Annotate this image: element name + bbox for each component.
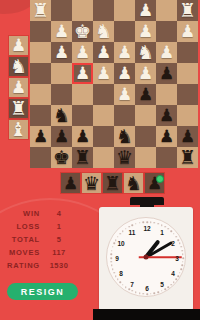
clock-tick bbox=[111, 265, 113, 267]
square-c7[interactable]: ♚ bbox=[72, 21, 93, 42]
clock-tick bbox=[181, 250, 183, 252]
clock-number-3: 3 bbox=[175, 255, 179, 262]
piece-black-rook: ♜ bbox=[104, 173, 121, 194]
square-d5[interactable]: ♟ bbox=[93, 63, 114, 84]
square-d8[interactable] bbox=[93, 0, 114, 21]
square-h2[interactable]: ♟ bbox=[177, 126, 198, 147]
square-b7[interactable]: ♟ bbox=[51, 21, 72, 42]
tray-cell: ♟ bbox=[60, 172, 81, 194]
piece-white-bishop: ♝ bbox=[10, 119, 27, 140]
square-c5[interactable]: ♟ bbox=[72, 63, 93, 84]
piece-white-knight: ♞ bbox=[10, 56, 27, 77]
square-e4[interactable]: ♟ bbox=[114, 84, 135, 105]
piece-white-knight: ♞ bbox=[95, 21, 112, 42]
square-g3[interactable]: ♟ bbox=[156, 105, 177, 126]
clock-tick bbox=[128, 226, 130, 228]
stat-row-total: TOTAL 5 bbox=[6, 233, 91, 246]
clock-tick bbox=[146, 293, 148, 295]
clock-tick bbox=[135, 223, 137, 225]
square-d7[interactable]: ♞ bbox=[93, 21, 114, 42]
piece-black-rook: ♜ bbox=[74, 147, 91, 168]
square-c2[interactable]: ♟ bbox=[72, 126, 93, 147]
bottom-black-bar bbox=[93, 309, 200, 320]
piece-white-pawn: ♟ bbox=[159, 42, 174, 63]
square-e7[interactable] bbox=[114, 21, 135, 42]
clock-tick bbox=[115, 275, 117, 277]
clock-tick bbox=[112, 246, 114, 248]
stats-panel: WIN 4 LOSS 1 TOTAL 5 MOVES 117 RATING 15… bbox=[6, 207, 91, 272]
clock-tick bbox=[170, 284, 172, 286]
clock-tick bbox=[182, 261, 184, 263]
square-b8[interactable] bbox=[51, 0, 72, 21]
clock-tick bbox=[177, 239, 179, 241]
square-b3[interactable]: ♞ bbox=[51, 105, 72, 126]
clock-tick bbox=[128, 288, 130, 290]
piece-white-pawn: ♟ bbox=[54, 21, 69, 42]
square-g8[interactable] bbox=[156, 0, 177, 21]
square-f2[interactable] bbox=[135, 126, 156, 147]
square-g7[interactable] bbox=[156, 21, 177, 42]
square-a5[interactable] bbox=[30, 63, 51, 84]
clock-tick bbox=[142, 293, 144, 295]
clock-tick bbox=[132, 224, 134, 226]
clock-tick bbox=[182, 253, 184, 255]
piece-white-pawn: ♟ bbox=[96, 63, 111, 84]
clock-tick bbox=[181, 265, 183, 267]
piece-white-pawn: ♟ bbox=[138, 21, 153, 42]
square-a6[interactable] bbox=[30, 42, 51, 63]
piece-black-king: ♚ bbox=[53, 147, 70, 168]
piece-white-knight: ♞ bbox=[137, 42, 154, 63]
clock-tick bbox=[122, 230, 124, 232]
tray-cell: ♛ bbox=[81, 172, 102, 194]
clock-tick bbox=[161, 224, 163, 226]
square-f7[interactable]: ♟ bbox=[135, 21, 156, 42]
clock-number-4: 4 bbox=[171, 270, 175, 277]
square-d6[interactable]: ♟ bbox=[93, 42, 114, 63]
square-f8[interactable]: ♟ bbox=[135, 0, 156, 21]
piece-white-pawn: ♟ bbox=[117, 42, 132, 63]
piece-black-pawn: ♟ bbox=[159, 63, 174, 84]
square-e5[interactable]: ♟ bbox=[114, 63, 135, 84]
square-a1[interactable] bbox=[30, 147, 51, 168]
clock-tick bbox=[154, 222, 156, 224]
moves-value: 117 bbox=[40, 248, 78, 257]
square-f6[interactable]: ♞ bbox=[135, 42, 156, 63]
clock-number-9: 9 bbox=[115, 255, 119, 262]
square-h7[interactable]: ♟ bbox=[177, 21, 198, 42]
clock-tick bbox=[167, 286, 169, 288]
square-a8[interactable]: ♜ bbox=[30, 0, 51, 21]
square-b2[interactable]: ♟ bbox=[51, 126, 72, 147]
piece-black-rook: ♜ bbox=[179, 147, 196, 168]
square-b1[interactable]: ♚ bbox=[51, 147, 72, 168]
moves-label: MOVES bbox=[6, 248, 40, 257]
clock-tick bbox=[139, 292, 141, 294]
loss-value: 1 bbox=[40, 222, 78, 231]
piece-white-pawn: ♟ bbox=[96, 42, 111, 63]
clock-number-11: 11 bbox=[129, 229, 136, 236]
square-f4[interactable]: ♟ bbox=[135, 84, 156, 105]
clock-tick bbox=[110, 257, 112, 259]
clock-tick bbox=[139, 222, 141, 224]
clock-tick bbox=[180, 246, 182, 248]
resign-button[interactable]: RESIGN bbox=[7, 283, 78, 300]
piece-black-pawn: ♟ bbox=[159, 105, 174, 126]
square-b4[interactable] bbox=[51, 84, 72, 105]
square-d3[interactable] bbox=[93, 105, 114, 126]
piece-black-queen: ♛ bbox=[83, 173, 100, 194]
tray-cell: ♟ bbox=[144, 172, 165, 194]
piece-black-pawn: ♟ bbox=[75, 126, 90, 147]
clock-face: 121234567891011 bbox=[106, 217, 186, 297]
square-a3[interactable] bbox=[30, 105, 51, 126]
piece-white-pawn: ♟ bbox=[117, 84, 132, 105]
clock-tick bbox=[182, 257, 184, 259]
clock-tick bbox=[111, 250, 113, 252]
square-c3[interactable] bbox=[72, 105, 93, 126]
captured-black-tray: ♟♛♜♞♟ bbox=[60, 172, 165, 194]
stat-row-moves: MOVES 117 bbox=[6, 246, 91, 259]
clock-tick bbox=[175, 236, 177, 238]
clock-tick bbox=[161, 290, 163, 292]
clock-tick bbox=[117, 236, 119, 238]
chess-board[interactable]: ♜♟♜♟♚♞♟♟♟♟♟♟♞♟♟♟♟♟♟♟♟♞♟♟♟♟♞♟♟♚♜♛♜ bbox=[30, 0, 198, 168]
square-c1[interactable]: ♜ bbox=[72, 147, 93, 168]
piece-black-pawn: ♟ bbox=[180, 126, 195, 147]
piece-white-rook: ♜ bbox=[10, 98, 27, 119]
square-e1[interactable]: ♛ bbox=[114, 147, 135, 168]
square-d2[interactable] bbox=[93, 126, 114, 147]
square-f3[interactable] bbox=[135, 105, 156, 126]
tray-cell: ♞ bbox=[8, 56, 29, 77]
tray-cell: ♝ bbox=[8, 119, 29, 140]
piece-white-pawn: ♟ bbox=[75, 63, 90, 84]
clock-tick bbox=[115, 239, 117, 241]
clock-tick bbox=[179, 243, 181, 245]
clock-tick bbox=[113, 243, 115, 245]
total-label: TOTAL bbox=[6, 235, 40, 244]
total-value: 5 bbox=[40, 235, 78, 244]
chess-clock: 121234567891011 bbox=[99, 207, 193, 311]
tray-cell: ♜ bbox=[102, 172, 123, 194]
square-f5[interactable]: ♟ bbox=[135, 63, 156, 84]
square-b5[interactable] bbox=[51, 63, 72, 84]
clock-number-6: 6 bbox=[145, 285, 149, 292]
clock-tick bbox=[150, 293, 152, 295]
square-h3[interactable] bbox=[177, 105, 198, 126]
piece-white-pawn: ♟ bbox=[138, 0, 153, 21]
clock-number-5: 5 bbox=[160, 280, 164, 287]
square-c4[interactable] bbox=[72, 84, 93, 105]
square-a7[interactable] bbox=[30, 21, 51, 42]
square-h4[interactable] bbox=[177, 84, 198, 105]
stat-row-rating: RATING 1530 bbox=[6, 259, 91, 272]
square-b6[interactable]: ♟ bbox=[51, 42, 72, 63]
clock-tick bbox=[146, 221, 148, 223]
square-g2[interactable]: ♟ bbox=[156, 126, 177, 147]
clock-tick bbox=[175, 278, 177, 280]
square-h6[interactable] bbox=[177, 42, 198, 63]
piece-white-rook: ♜ bbox=[179, 0, 196, 21]
clock-tick bbox=[157, 223, 159, 225]
square-h1[interactable]: ♜ bbox=[177, 147, 198, 168]
clock-tick bbox=[135, 291, 137, 293]
clock-center-pin bbox=[144, 255, 149, 260]
piece-white-pawn: ♟ bbox=[138, 63, 153, 84]
piece-white-pawn: ♟ bbox=[11, 77, 26, 98]
piece-white-king: ♚ bbox=[74, 21, 91, 42]
clock-tick bbox=[180, 268, 182, 270]
clock-tick bbox=[132, 290, 134, 292]
square-a2[interactable]: ♟ bbox=[30, 126, 51, 147]
win-value: 4 bbox=[40, 209, 78, 218]
clock-tick bbox=[113, 272, 115, 274]
clock-tick bbox=[173, 281, 175, 283]
clock-number-12: 12 bbox=[143, 225, 150, 232]
clock-tick bbox=[110, 253, 112, 255]
square-h5[interactable] bbox=[177, 63, 198, 84]
clock-tick bbox=[119, 281, 121, 283]
square-g5[interactable]: ♟ bbox=[156, 63, 177, 84]
win-label: WIN bbox=[6, 209, 40, 218]
piece-white-pawn: ♟ bbox=[180, 21, 195, 42]
piece-black-pawn: ♟ bbox=[54, 126, 69, 147]
piece-black-knight: ♞ bbox=[116, 126, 133, 147]
square-e8[interactable] bbox=[114, 0, 135, 21]
clock-tick bbox=[157, 291, 159, 293]
square-d1[interactable] bbox=[93, 147, 114, 168]
square-f1[interactable] bbox=[135, 147, 156, 168]
clock-number-7: 7 bbox=[130, 280, 134, 287]
stat-row-loss: LOSS 1 bbox=[6, 220, 91, 233]
tray-cell: ♞ bbox=[123, 172, 144, 194]
clock-tick bbox=[122, 284, 124, 286]
clock-number-10: 10 bbox=[117, 240, 124, 247]
piece-black-pawn: ♟ bbox=[63, 173, 78, 194]
clock-number-2: 2 bbox=[171, 240, 175, 247]
square-a4[interactable] bbox=[30, 84, 51, 105]
clock-tick bbox=[110, 261, 112, 263]
piece-black-pawn: ♟ bbox=[138, 84, 153, 105]
square-e6[interactable]: ♟ bbox=[114, 42, 135, 63]
square-e2[interactable]: ♞ bbox=[114, 126, 135, 147]
square-c6[interactable]: ♟ bbox=[72, 42, 93, 63]
square-c8[interactable] bbox=[72, 0, 93, 21]
clock-tick bbox=[164, 226, 166, 228]
clock-tick bbox=[150, 221, 152, 223]
tray-cell: ♜ bbox=[8, 98, 29, 119]
stat-row-win: WIN 4 bbox=[6, 207, 91, 220]
clock-tick bbox=[125, 286, 127, 288]
clock-tick bbox=[142, 221, 144, 223]
clock-tick bbox=[173, 233, 175, 235]
piece-black-pawn: ♟ bbox=[33, 126, 48, 147]
piece-white-pawn: ♟ bbox=[117, 63, 132, 84]
piece-white-rook: ♜ bbox=[32, 0, 49, 21]
clock-number-8: 8 bbox=[119, 270, 123, 277]
square-e3[interactable] bbox=[114, 105, 135, 126]
tray-cell: ♟ bbox=[8, 77, 29, 98]
clock-tick bbox=[164, 288, 166, 290]
square-g1[interactable] bbox=[156, 147, 177, 168]
square-g6[interactable]: ♟ bbox=[156, 42, 177, 63]
tray-cell: ♟ bbox=[8, 35, 29, 56]
rating-label: RATING bbox=[6, 261, 40, 270]
clock-tick bbox=[167, 228, 169, 230]
clock-tick bbox=[125, 228, 127, 230]
clock-tick bbox=[170, 230, 172, 232]
square-h8[interactable]: ♜ bbox=[177, 0, 198, 21]
captured-white-tray: ♟♞♟♜♝ bbox=[8, 35, 29, 140]
clock-number-1: 1 bbox=[160, 229, 164, 236]
clock-tick bbox=[154, 292, 156, 294]
clock-tick bbox=[177, 275, 179, 277]
green-dot-icon bbox=[156, 175, 164, 183]
clock-tick bbox=[119, 233, 121, 235]
square-d4[interactable] bbox=[93, 84, 114, 105]
clock-tick bbox=[117, 278, 119, 280]
piece-white-pawn: ♟ bbox=[75, 42, 90, 63]
piece-black-knight: ♞ bbox=[125, 173, 142, 194]
piece-black-knight: ♞ bbox=[53, 105, 70, 126]
clock-tick bbox=[179, 272, 181, 274]
clock-tick bbox=[112, 268, 114, 270]
piece-white-pawn: ♟ bbox=[11, 35, 26, 56]
square-g4[interactable] bbox=[156, 84, 177, 105]
piece-black-pawn: ♟ bbox=[159, 126, 174, 147]
loss-label: LOSS bbox=[6, 222, 40, 231]
piece-black-queen: ♛ bbox=[116, 147, 133, 168]
piece-white-pawn: ♟ bbox=[54, 42, 69, 63]
rating-value: 1530 bbox=[40, 261, 78, 270]
